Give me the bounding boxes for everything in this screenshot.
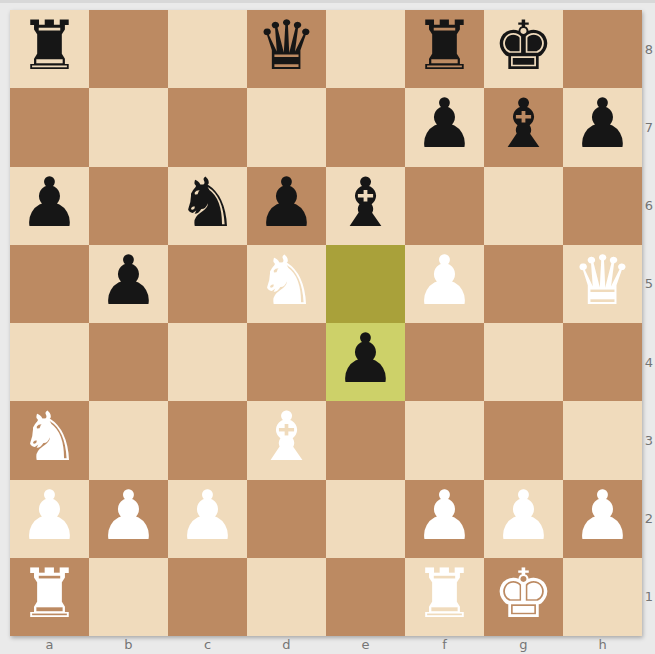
piece-white-king[interactable]: ♚ (493, 560, 554, 628)
square-a6[interactable]: ♟ (10, 167, 89, 245)
square-h2[interactable]: ♟ (563, 480, 642, 558)
square-b1[interactable] (89, 558, 168, 636)
piece-white-pawn[interactable]: ♟ (177, 482, 238, 550)
square-c6[interactable]: ♞ (168, 167, 247, 245)
square-e1[interactable] (326, 558, 405, 636)
piece-black-bishop[interactable]: ♝ (335, 169, 396, 237)
square-g6[interactable] (484, 167, 563, 245)
piece-black-pawn[interactable]: ♟ (98, 247, 159, 315)
file-label-h: h (563, 637, 642, 653)
page: ♜♛♜♚♟♝♟♟♞♟♝♟♞♟♛♟♞♝♟♟♟♟♟♟♜♜♚ abcdefgh 876… (0, 0, 655, 654)
file-label-d: d (247, 637, 326, 653)
square-h8[interactable] (563, 10, 642, 88)
chess-board: ♜♛♜♚♟♝♟♟♞♟♝♟♞♟♛♟♞♝♟♟♟♟♟♟♜♜♚ (10, 10, 642, 636)
square-a4[interactable] (10, 323, 89, 401)
file-label-f: f (405, 637, 484, 653)
piece-white-pawn[interactable]: ♟ (572, 482, 633, 550)
square-a7[interactable] (10, 88, 89, 166)
square-b5[interactable]: ♟ (89, 245, 168, 323)
rank-label-4: 4 (643, 323, 655, 401)
piece-black-pawn[interactable]: ♟ (335, 325, 396, 393)
square-f5[interactable]: ♟ (405, 245, 484, 323)
square-e2[interactable] (326, 480, 405, 558)
file-label-b: b (89, 637, 168, 653)
piece-black-pawn[interactable]: ♟ (19, 169, 80, 237)
square-e5[interactable] (326, 245, 405, 323)
square-h1[interactable] (563, 558, 642, 636)
square-d4[interactable] (247, 323, 326, 401)
square-f2[interactable]: ♟ (405, 480, 484, 558)
piece-white-pawn[interactable]: ♟ (98, 482, 159, 550)
square-b6[interactable] (89, 167, 168, 245)
rank-label-7: 7 (643, 88, 655, 166)
square-c1[interactable] (168, 558, 247, 636)
square-c5[interactable] (168, 245, 247, 323)
square-b4[interactable] (89, 323, 168, 401)
piece-white-pawn[interactable]: ♟ (414, 482, 475, 550)
square-h3[interactable] (563, 401, 642, 479)
square-c7[interactable] (168, 88, 247, 166)
square-d7[interactable] (247, 88, 326, 166)
square-d8[interactable]: ♛ (247, 10, 326, 88)
piece-black-pawn[interactable]: ♟ (414, 90, 475, 158)
rank-labels: 87654321 (643, 10, 655, 636)
piece-white-knight[interactable]: ♞ (256, 247, 317, 315)
square-f8[interactable]: ♜ (405, 10, 484, 88)
square-e7[interactable] (326, 88, 405, 166)
square-f1[interactable]: ♜ (405, 558, 484, 636)
square-c8[interactable] (168, 10, 247, 88)
square-d5[interactable]: ♞ (247, 245, 326, 323)
file-label-g: g (484, 637, 563, 653)
piece-black-bishop[interactable]: ♝ (493, 90, 554, 158)
file-label-c: c (168, 637, 247, 653)
square-h6[interactable] (563, 167, 642, 245)
piece-white-bishop[interactable]: ♝ (256, 403, 317, 471)
rank-label-8: 8 (643, 10, 655, 88)
file-label-e: e (326, 637, 405, 653)
square-h5[interactable]: ♛ (563, 245, 642, 323)
square-g3[interactable] (484, 401, 563, 479)
square-d3[interactable]: ♝ (247, 401, 326, 479)
square-a1[interactable]: ♜ (10, 558, 89, 636)
rank-label-1: 1 (643, 558, 655, 636)
top-edge (0, 0, 655, 3)
square-g2[interactable]: ♟ (484, 480, 563, 558)
square-h7[interactable]: ♟ (563, 88, 642, 166)
piece-black-rook[interactable]: ♜ (19, 12, 80, 80)
piece-white-pawn[interactable]: ♟ (493, 482, 554, 550)
square-e4[interactable]: ♟ (326, 323, 405, 401)
square-a5[interactable] (10, 245, 89, 323)
square-a2[interactable]: ♟ (10, 480, 89, 558)
piece-black-king[interactable]: ♚ (493, 12, 554, 80)
square-h4[interactable] (563, 323, 642, 401)
square-e6[interactable]: ♝ (326, 167, 405, 245)
piece-black-pawn[interactable]: ♟ (572, 90, 633, 158)
square-b7[interactable] (89, 88, 168, 166)
rank-label-5: 5 (643, 245, 655, 323)
piece-white-pawn[interactable]: ♟ (19, 482, 80, 550)
square-b2[interactable]: ♟ (89, 480, 168, 558)
piece-white-rook[interactable]: ♜ (414, 560, 475, 628)
square-c3[interactable] (168, 401, 247, 479)
square-b3[interactable] (89, 401, 168, 479)
square-g4[interactable] (484, 323, 563, 401)
rank-label-2: 2 (643, 480, 655, 558)
square-f6[interactable] (405, 167, 484, 245)
piece-white-knight[interactable]: ♞ (19, 403, 80, 471)
square-e3[interactable] (326, 401, 405, 479)
square-b8[interactable] (89, 10, 168, 88)
piece-black-pawn[interactable]: ♟ (256, 169, 317, 237)
square-a3[interactable]: ♞ (10, 401, 89, 479)
square-d6[interactable]: ♟ (247, 167, 326, 245)
piece-black-queen[interactable]: ♛ (256, 12, 317, 80)
rank-label-3: 3 (643, 401, 655, 479)
piece-white-queen[interactable]: ♛ (572, 247, 633, 315)
square-f3[interactable] (405, 401, 484, 479)
square-c4[interactable] (168, 323, 247, 401)
file-labels: abcdefgh (10, 637, 642, 653)
piece-white-rook[interactable]: ♜ (19, 560, 80, 628)
square-a8[interactable]: ♜ (10, 10, 89, 88)
square-g7[interactable]: ♝ (484, 88, 563, 166)
square-f4[interactable] (405, 323, 484, 401)
rank-label-6: 6 (643, 167, 655, 245)
piece-white-pawn[interactable]: ♟ (414, 247, 475, 315)
square-g1[interactable]: ♚ (484, 558, 563, 636)
file-label-a: a (10, 637, 89, 653)
square-d2[interactable] (247, 480, 326, 558)
square-e8[interactable] (326, 10, 405, 88)
piece-black-rook[interactable]: ♜ (414, 12, 475, 80)
square-d1[interactable] (247, 558, 326, 636)
square-g5[interactable] (484, 245, 563, 323)
square-g8[interactable]: ♚ (484, 10, 563, 88)
square-f7[interactable]: ♟ (405, 88, 484, 166)
square-c2[interactable]: ♟ (168, 480, 247, 558)
piece-black-knight[interactable]: ♞ (177, 169, 238, 237)
